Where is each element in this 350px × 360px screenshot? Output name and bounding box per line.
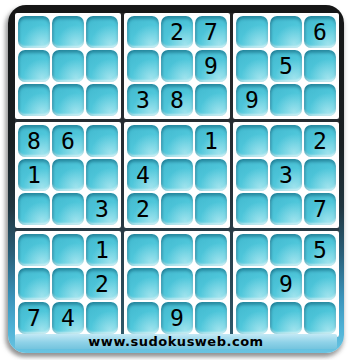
cell-r7c6[interactable] bbox=[195, 234, 227, 266]
cell-r2c2[interactable] bbox=[52, 50, 84, 82]
cell-r1c5[interactable]: 2 bbox=[161, 16, 193, 48]
cell-r7c3[interactable]: 1 bbox=[86, 234, 118, 266]
cell-r3c8[interactable] bbox=[270, 84, 302, 116]
cell-r7c4[interactable] bbox=[127, 234, 159, 266]
box-4: 8613 bbox=[15, 122, 121, 228]
cell-r9c5[interactable]: 9 bbox=[161, 302, 193, 334]
cell-r6c3[interactable]: 3 bbox=[86, 193, 118, 225]
cell-r2c7[interactable] bbox=[236, 50, 268, 82]
cell-r4c5[interactable] bbox=[161, 125, 193, 157]
cell-r7c7[interactable] bbox=[236, 234, 268, 266]
box-1 bbox=[15, 13, 121, 119]
cell-r8c3[interactable]: 2 bbox=[86, 268, 118, 300]
cell-r5c7[interactable] bbox=[236, 159, 268, 191]
cell-r9c2[interactable]: 4 bbox=[52, 302, 84, 334]
cell-r3c1[interactable] bbox=[18, 84, 50, 116]
cell-r4c1[interactable]: 8 bbox=[18, 125, 50, 157]
site-banner: www.sudokusweb.com bbox=[15, 334, 337, 349]
cell-r7c5[interactable] bbox=[161, 234, 193, 266]
cell-r3c5[interactable]: 8 bbox=[161, 84, 193, 116]
cell-r8c4[interactable] bbox=[127, 268, 159, 300]
cell-r6c5[interactable] bbox=[161, 193, 193, 225]
cell-r3c3[interactable] bbox=[86, 84, 118, 116]
cell-r7c9[interactable]: 5 bbox=[304, 234, 336, 266]
cell-r6c6[interactable] bbox=[195, 193, 227, 225]
cell-r2c3[interactable] bbox=[86, 50, 118, 82]
cell-r4c6[interactable]: 1 bbox=[195, 125, 227, 157]
cell-r3c4[interactable]: 3 bbox=[127, 84, 159, 116]
cell-r5c5[interactable] bbox=[161, 159, 193, 191]
cell-r2c1[interactable] bbox=[18, 50, 50, 82]
cell-r7c2[interactable] bbox=[52, 234, 84, 266]
cell-r9c9[interactable] bbox=[304, 302, 336, 334]
cell-r4c4[interactable] bbox=[127, 125, 159, 157]
box-7: 1274 bbox=[15, 231, 121, 337]
cell-r6c9[interactable]: 7 bbox=[304, 193, 336, 225]
site-url: www.sudokusweb.com bbox=[88, 334, 263, 349]
cell-r1c7[interactable] bbox=[236, 16, 268, 48]
cell-r6c7[interactable] bbox=[236, 193, 268, 225]
cell-r1c6[interactable]: 7 bbox=[195, 16, 227, 48]
cell-r9c7[interactable] bbox=[236, 302, 268, 334]
cell-r5c4[interactable]: 4 bbox=[127, 159, 159, 191]
cell-r6c2[interactable] bbox=[52, 193, 84, 225]
cell-r5c1[interactable]: 1 bbox=[18, 159, 50, 191]
cell-r3c9[interactable] bbox=[304, 84, 336, 116]
box-3: 659 bbox=[233, 13, 339, 119]
box-5: 142 bbox=[124, 122, 230, 228]
cell-r1c4[interactable] bbox=[127, 16, 159, 48]
cell-r2c9[interactable] bbox=[304, 50, 336, 82]
box-2: 27938 bbox=[124, 13, 230, 119]
box-9: 59 bbox=[233, 231, 339, 337]
sudoku-board-frame: 2793865986131422371274959 www.sudokusweb… bbox=[8, 5, 344, 353]
cell-r1c2[interactable] bbox=[52, 16, 84, 48]
cell-r2c8[interactable]: 5 bbox=[270, 50, 302, 82]
cell-r3c6[interactable] bbox=[195, 84, 227, 116]
cell-r3c7[interactable]: 9 bbox=[236, 84, 268, 116]
cell-r8c7[interactable] bbox=[236, 268, 268, 300]
cell-r9c6[interactable] bbox=[195, 302, 227, 334]
cell-r5c2[interactable] bbox=[52, 159, 84, 191]
cell-r6c8[interactable] bbox=[270, 193, 302, 225]
cell-r5c8[interactable]: 3 bbox=[270, 159, 302, 191]
cell-r4c2[interactable]: 6 bbox=[52, 125, 84, 157]
cell-r8c2[interactable] bbox=[52, 268, 84, 300]
cell-r8c8[interactable]: 9 bbox=[270, 268, 302, 300]
cell-r7c1[interactable] bbox=[18, 234, 50, 266]
cell-r4c3[interactable] bbox=[86, 125, 118, 157]
cell-r9c4[interactable] bbox=[127, 302, 159, 334]
cell-r2c6[interactable]: 9 bbox=[195, 50, 227, 82]
cell-r5c6[interactable] bbox=[195, 159, 227, 191]
cell-r8c1[interactable] bbox=[18, 268, 50, 300]
cell-r6c1[interactable] bbox=[18, 193, 50, 225]
cell-r5c9[interactable] bbox=[304, 159, 336, 191]
cell-r4c8[interactable] bbox=[270, 125, 302, 157]
cell-r8c6[interactable] bbox=[195, 268, 227, 300]
cell-r8c5[interactable] bbox=[161, 268, 193, 300]
box-6: 237 bbox=[233, 122, 339, 228]
cell-r6c4[interactable]: 2 bbox=[127, 193, 159, 225]
cell-r9c3[interactable] bbox=[86, 302, 118, 334]
cell-r1c9[interactable]: 6 bbox=[304, 16, 336, 48]
cell-r1c3[interactable] bbox=[86, 16, 118, 48]
sudoku-grid: 2793865986131422371274959 bbox=[15, 13, 339, 337]
cell-r1c8[interactable] bbox=[270, 16, 302, 48]
cell-r5c3[interactable] bbox=[86, 159, 118, 191]
box-8: 9 bbox=[124, 231, 230, 337]
cell-r3c2[interactable] bbox=[52, 84, 84, 116]
cell-r2c4[interactable] bbox=[127, 50, 159, 82]
cell-r8c9[interactable] bbox=[304, 268, 336, 300]
cell-r9c8[interactable] bbox=[270, 302, 302, 334]
cell-r4c9[interactable]: 2 bbox=[304, 125, 336, 157]
cell-r1c1[interactable] bbox=[18, 16, 50, 48]
cell-r2c5[interactable] bbox=[161, 50, 193, 82]
cell-r7c8[interactable] bbox=[270, 234, 302, 266]
cell-r4c7[interactable] bbox=[236, 125, 268, 157]
cell-r9c1[interactable]: 7 bbox=[18, 302, 50, 334]
